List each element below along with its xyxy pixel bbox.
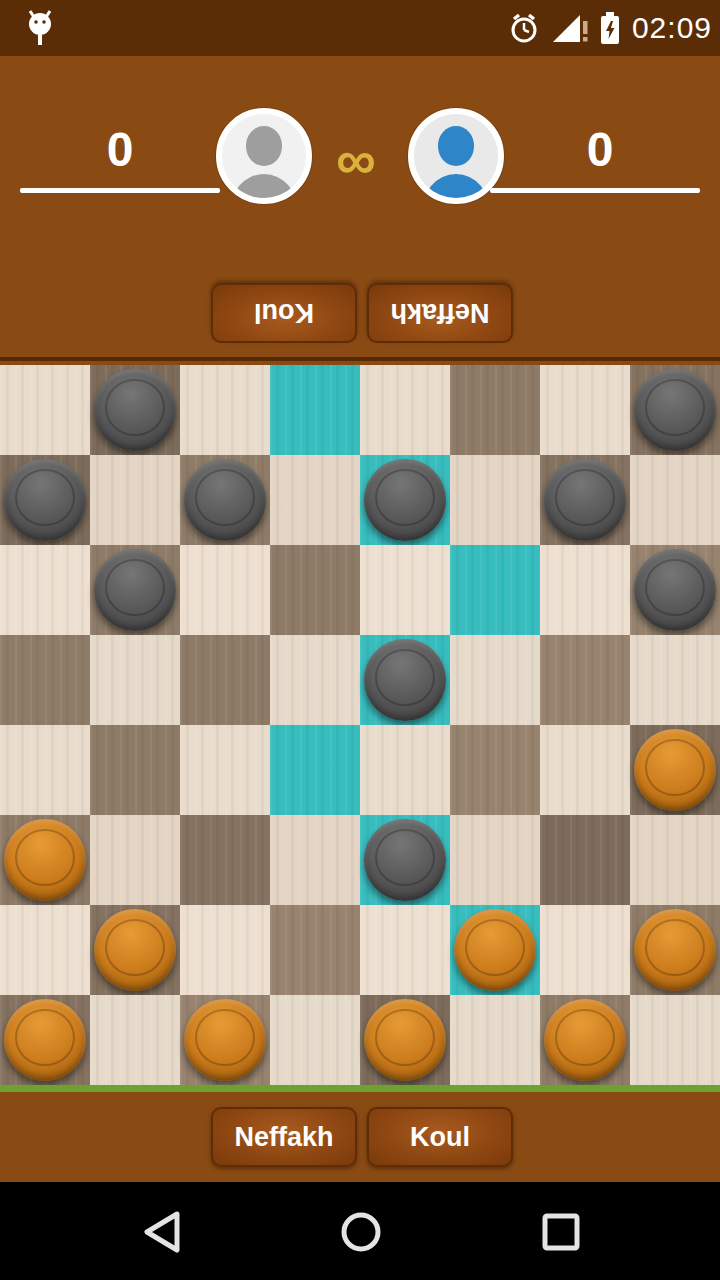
square-1-5[interactable] <box>450 455 540 545</box>
avatar-torso-icon <box>421 174 492 204</box>
battery-charging-icon <box>599 10 621 46</box>
clock-time: 02:09 <box>632 11 712 45</box>
orange-checker-piece[interactable] <box>454 909 536 991</box>
orange-checker-piece[interactable] <box>544 999 626 1081</box>
square-3-6[interactable] <box>540 635 630 725</box>
square-3-1[interactable] <box>90 635 180 725</box>
square-2-1[interactable] <box>90 545 180 635</box>
square-1-3[interactable] <box>270 455 360 545</box>
gray-checker-piece[interactable] <box>634 549 716 631</box>
square-4-0[interactable] <box>0 725 90 815</box>
android-debug-icon <box>24 9 56 47</box>
square-6-4[interactable] <box>360 905 450 995</box>
square-3-7[interactable] <box>630 635 720 725</box>
square-4-4[interactable] <box>360 725 450 815</box>
square-7-0[interactable] <box>0 995 90 1085</box>
koul-button-top[interactable]: Koul <box>211 283 357 343</box>
left-player-score: 0 <box>60 126 180 174</box>
square-6-5[interactable] <box>450 905 540 995</box>
avatar-head-icon <box>438 126 475 166</box>
square-1-7[interactable] <box>630 455 720 545</box>
square-7-2[interactable] <box>180 995 270 1085</box>
square-4-3[interactable] <box>270 725 360 815</box>
alarm-icon <box>507 11 541 45</box>
orange-checker-piece[interactable] <box>4 999 86 1081</box>
square-0-1[interactable] <box>90 365 180 455</box>
gray-checker-piece[interactable] <box>184 459 266 541</box>
back-icon[interactable] <box>140 1209 182 1255</box>
square-5-7[interactable] <box>630 815 720 905</box>
square-3-3[interactable] <box>270 635 360 725</box>
square-1-2[interactable] <box>180 455 270 545</box>
gray-checker-piece[interactable] <box>364 459 446 541</box>
square-3-4[interactable] <box>360 635 450 725</box>
square-4-7[interactable] <box>630 725 720 815</box>
square-5-0[interactable] <box>0 815 90 905</box>
square-4-5[interactable] <box>450 725 540 815</box>
gray-checker-piece[interactable] <box>364 639 446 721</box>
player-button-row: Neffakh Koul <box>211 1107 513 1167</box>
orange-checker-piece[interactable] <box>634 729 716 811</box>
checkers-board[interactable] <box>0 365 720 1085</box>
gray-checker-piece[interactable] <box>364 819 446 901</box>
square-0-2[interactable] <box>180 365 270 455</box>
square-2-6[interactable] <box>540 545 630 635</box>
square-4-6[interactable] <box>540 725 630 815</box>
square-0-7[interactable] <box>630 365 720 455</box>
square-0-6[interactable] <box>540 365 630 455</box>
square-7-6[interactable] <box>540 995 630 1085</box>
square-5-6[interactable] <box>540 815 630 905</box>
gray-checker-piece[interactable] <box>94 369 176 451</box>
square-6-1[interactable] <box>90 905 180 995</box>
square-0-0[interactable] <box>0 365 90 455</box>
square-2-3[interactable] <box>270 545 360 635</box>
home-icon[interactable] <box>339 1209 383 1255</box>
left-score-underline <box>20 188 220 193</box>
square-7-7[interactable] <box>630 995 720 1085</box>
square-2-2[interactable] <box>180 545 270 635</box>
square-6-7[interactable] <box>630 905 720 995</box>
signal-alert-icon <box>550 12 590 44</box>
orange-checker-piece[interactable] <box>4 819 86 901</box>
square-7-5[interactable] <box>450 995 540 1085</box>
square-5-2[interactable] <box>180 815 270 905</box>
square-7-4[interactable] <box>360 995 450 1085</box>
square-2-4[interactable] <box>360 545 450 635</box>
square-4-1[interactable] <box>90 725 180 815</box>
square-0-3[interactable] <box>270 365 360 455</box>
gray-checker-piece[interactable] <box>634 369 716 451</box>
square-6-0[interactable] <box>0 905 90 995</box>
square-1-0[interactable] <box>0 455 90 545</box>
gray-checker-piece[interactable] <box>544 459 626 541</box>
gray-checker-piece[interactable] <box>4 459 86 541</box>
neffakh-button-bottom[interactable]: Neffakh <box>211 1107 357 1167</box>
orange-checker-piece[interactable] <box>634 909 716 991</box>
square-5-5[interactable] <box>450 815 540 905</box>
square-5-1[interactable] <box>90 815 180 905</box>
avatar-head-icon <box>246 126 283 166</box>
orange-checker-piece[interactable] <box>94 909 176 991</box>
left-player-avatar[interactable] <box>216 108 312 204</box>
square-0-5[interactable] <box>450 365 540 455</box>
square-1-6[interactable] <box>540 455 630 545</box>
square-1-1[interactable] <box>90 455 180 545</box>
android-nav-bar <box>0 1182 720 1280</box>
square-6-3[interactable] <box>270 905 360 995</box>
square-3-2[interactable] <box>180 635 270 725</box>
player-button-panel: Neffakh Koul <box>0 1092 720 1182</box>
status-bar: 02:09 <box>0 0 720 56</box>
square-7-3[interactable] <box>270 995 360 1085</box>
square-5-3[interactable] <box>270 815 360 905</box>
square-4-2[interactable] <box>180 725 270 815</box>
square-7-1[interactable] <box>90 995 180 1085</box>
square-3-5[interactable] <box>450 635 540 725</box>
opponent-button-row: Koul Neffakh <box>211 283 513 343</box>
avatar-torso-icon <box>229 174 300 204</box>
square-5-4[interactable] <box>360 815 450 905</box>
score-header: 0 ∞ 0 Koul Neffakh <box>0 56 720 361</box>
koul-button-bottom[interactable]: Koul <box>367 1107 513 1167</box>
right-player-score: 0 <box>540 126 660 174</box>
square-1-4[interactable] <box>360 455 450 545</box>
orange-checker-piece[interactable] <box>184 999 266 1081</box>
square-6-6[interactable] <box>540 905 630 995</box>
right-score-underline <box>490 188 700 193</box>
square-0-4[interactable] <box>360 365 450 455</box>
turn-indicator-line <box>0 1085 720 1092</box>
orange-checker-piece[interactable] <box>364 999 446 1081</box>
square-2-5[interactable] <box>450 545 540 635</box>
gray-checker-piece[interactable] <box>94 549 176 631</box>
infinity-symbol: ∞ <box>328 132 384 188</box>
square-6-2[interactable] <box>180 905 270 995</box>
square-3-0[interactable] <box>0 635 90 725</box>
square-2-0[interactable] <box>0 545 90 635</box>
recents-icon[interactable] <box>540 1209 582 1255</box>
square-2-7[interactable] <box>630 545 720 635</box>
neffakh-button-top[interactable]: Neffakh <box>367 283 513 343</box>
